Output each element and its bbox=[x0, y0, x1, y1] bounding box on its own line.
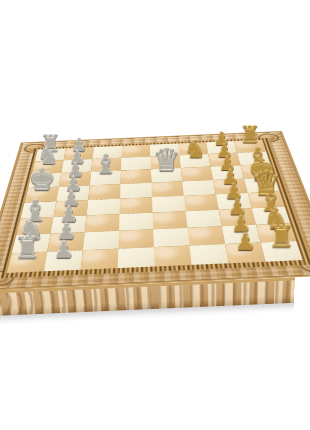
carved-board-frame: ♜♟♟♜♞♟♞♟♟♝♛♟♝♚♟♟♚♟♟♛♝♟♟♝♞♟♟♞♜♟♟♜ bbox=[0, 131, 310, 291]
square-f6 bbox=[181, 167, 213, 182]
meander-trim: ♜♟♟♜♞♟♞♟♟♝♛♟♝♚♟♟♚♟♟♛♝♟♟♝♞♟♟♞♜♟♟♜ bbox=[1, 138, 310, 278]
square-e5 bbox=[151, 181, 183, 197]
square-d4 bbox=[120, 197, 153, 214]
square-b3 bbox=[83, 231, 119, 251]
square-f5: ♛ bbox=[151, 168, 182, 183]
square-e4 bbox=[120, 183, 152, 199]
square-b5 bbox=[153, 228, 189, 247]
square-e3 bbox=[88, 184, 120, 200]
square-a6 bbox=[189, 244, 228, 265]
square-b1: ♞ bbox=[12, 234, 51, 254]
square-a8: ♜ bbox=[261, 241, 303, 262]
square-d6 bbox=[184, 194, 219, 211]
square-d7: ♟ bbox=[216, 193, 252, 210]
square-c5 bbox=[153, 211, 188, 229]
square-d1 bbox=[20, 201, 56, 218]
square-b8: ♞ bbox=[256, 223, 296, 242]
black-pawn: ♟ bbox=[207, 130, 236, 148]
square-a3 bbox=[81, 249, 119, 270]
square-g6: ♞ bbox=[179, 154, 210, 168]
square-a5 bbox=[154, 246, 192, 267]
square-a7: ♟ bbox=[225, 242, 266, 263]
square-c3 bbox=[85, 214, 120, 232]
square-b6 bbox=[187, 226, 225, 245]
square-c1: ♝ bbox=[16, 217, 53, 235]
square-d2: ♟ bbox=[53, 200, 88, 217]
square-g2: ♟ bbox=[61, 159, 92, 173]
square-e7: ♟ bbox=[213, 179, 248, 195]
square-b4 bbox=[118, 229, 154, 248]
square-e8: ♚ bbox=[244, 177, 280, 193]
square-f4 bbox=[121, 169, 152, 184]
square-b2: ♟ bbox=[47, 232, 84, 252]
square-f3: ♝ bbox=[90, 170, 121, 185]
square-a4 bbox=[118, 247, 155, 268]
square-c8: ♝ bbox=[252, 207, 291, 225]
square-e2: ♟ bbox=[56, 185, 89, 201]
square-c7: ♟ bbox=[219, 208, 256, 226]
square-d8: ♛ bbox=[248, 192, 285, 209]
square-g7: ♟ bbox=[208, 153, 240, 167]
square-a1: ♜ bbox=[7, 252, 47, 273]
square-c4 bbox=[119, 213, 153, 231]
square-b7: ♟ bbox=[222, 225, 261, 244]
square-f8: ♝ bbox=[240, 164, 274, 179]
square-c6 bbox=[186, 210, 222, 228]
square-c2: ♟ bbox=[50, 216, 86, 234]
square-e6 bbox=[182, 180, 216, 196]
square-f7: ♟ bbox=[211, 165, 244, 180]
square-f2: ♟ bbox=[59, 172, 91, 187]
chess-set-photo: ♜♟♟♜♞♟♞♟♟♝♛♟♝♚♟♟♚♟♟♛♝♟♟♝♞♟♟♞♜♟♟♜ bbox=[0, 131, 310, 291]
square-d3 bbox=[86, 199, 120, 216]
chess-board: ♜♟♟♜♞♟♞♟♟♝♛♟♝♚♟♟♚♟♟♛♝♟♟♝♞♟♟♞♜♟♟♜ bbox=[7, 140, 303, 273]
square-e1: ♚ bbox=[24, 187, 59, 203]
square-a2: ♟ bbox=[44, 250, 83, 271]
white-pawn: ♟ bbox=[65, 136, 94, 154]
square-d5 bbox=[152, 196, 186, 213]
